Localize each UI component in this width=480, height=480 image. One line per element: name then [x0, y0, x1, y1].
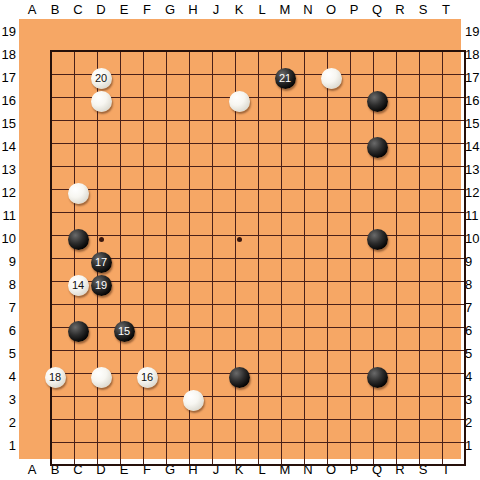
intersection-c1[interactable] — [67, 435, 90, 458]
intersection-e12[interactable] — [113, 182, 136, 205]
intersection-c14[interactable] — [67, 136, 90, 159]
intersection-t14[interactable] — [435, 136, 458, 159]
intersection-m17[interactable]: 21 — [274, 67, 297, 90]
intersection-j19[interactable] — [205, 21, 228, 44]
intersection-m5[interactable] — [274, 343, 297, 366]
intersection-e3[interactable] — [113, 389, 136, 412]
intersection-s12[interactable] — [412, 182, 435, 205]
intersection-o13[interactable] — [320, 159, 343, 182]
intersection-c17[interactable] — [67, 67, 90, 90]
intersection-h11[interactable] — [182, 205, 205, 228]
intersection-o11[interactable] — [320, 205, 343, 228]
intersection-j10[interactable] — [205, 228, 228, 251]
intersection-o18[interactable] — [320, 44, 343, 67]
intersection-r5[interactable] — [389, 343, 412, 366]
intersection-n9[interactable] — [297, 251, 320, 274]
intersection-j3[interactable] — [205, 389, 228, 412]
intersection-c3[interactable] — [67, 389, 90, 412]
intersection-q7[interactable] — [366, 297, 389, 320]
intersection-o1[interactable] — [320, 435, 343, 458]
intersection-a12[interactable] — [21, 182, 44, 205]
intersection-j17[interactable] — [205, 67, 228, 90]
intersection-a16[interactable] — [21, 90, 44, 113]
intersection-c10[interactable] — [67, 228, 90, 251]
intersection-l14[interactable] — [251, 136, 274, 159]
intersection-q5[interactable] — [366, 343, 389, 366]
intersection-t16[interactable] — [435, 90, 458, 113]
intersection-r4[interactable] — [389, 366, 412, 389]
intersection-b2[interactable] — [44, 412, 67, 435]
intersection-m18[interactable] — [274, 44, 297, 67]
intersection-c16[interactable] — [67, 90, 90, 113]
intersection-p11[interactable] — [343, 205, 366, 228]
intersection-j16[interactable] — [205, 90, 228, 113]
intersection-k8[interactable] — [228, 274, 251, 297]
intersection-p16[interactable] — [343, 90, 366, 113]
intersection-a11[interactable] — [21, 205, 44, 228]
intersection-r9[interactable] — [389, 251, 412, 274]
intersection-g3[interactable] — [159, 389, 182, 412]
intersection-m2[interactable] — [274, 412, 297, 435]
intersection-d11[interactable] — [90, 205, 113, 228]
intersection-o8[interactable] — [320, 274, 343, 297]
intersection-q3[interactable] — [366, 389, 389, 412]
intersection-f1[interactable] — [136, 435, 159, 458]
intersection-p12[interactable] — [343, 182, 366, 205]
intersection-h10[interactable] — [182, 228, 205, 251]
intersection-n2[interactable] — [297, 412, 320, 435]
intersection-b8[interactable] — [44, 274, 67, 297]
intersection-p13[interactable] — [343, 159, 366, 182]
intersection-m6[interactable] — [274, 320, 297, 343]
intersection-s18[interactable] — [412, 44, 435, 67]
intersection-m12[interactable] — [274, 182, 297, 205]
intersection-q17[interactable] — [366, 67, 389, 90]
intersection-m15[interactable] — [274, 113, 297, 136]
intersection-d13[interactable] — [90, 159, 113, 182]
intersection-k13[interactable] — [228, 159, 251, 182]
intersection-a1[interactable] — [21, 435, 44, 458]
intersection-k4[interactable] — [228, 366, 251, 389]
intersection-b1[interactable] — [44, 435, 67, 458]
intersection-q13[interactable] — [366, 159, 389, 182]
intersection-d8[interactable]: 19 — [90, 274, 113, 297]
intersection-c5[interactable] — [67, 343, 90, 366]
intersection-g14[interactable] — [159, 136, 182, 159]
intersection-j18[interactable] — [205, 44, 228, 67]
intersection-s4[interactable] — [412, 366, 435, 389]
intersection-s16[interactable] — [412, 90, 435, 113]
intersection-t19[interactable] — [435, 21, 458, 44]
intersection-n17[interactable] — [297, 67, 320, 90]
intersection-d3[interactable] — [90, 389, 113, 412]
intersection-r7[interactable] — [389, 297, 412, 320]
intersection-k12[interactable] — [228, 182, 251, 205]
intersection-c9[interactable] — [67, 251, 90, 274]
intersection-m16[interactable] — [274, 90, 297, 113]
intersection-a18[interactable] — [21, 44, 44, 67]
intersection-c13[interactable] — [67, 159, 90, 182]
intersection-n6[interactable] — [297, 320, 320, 343]
intersection-l9[interactable] — [251, 251, 274, 274]
intersection-g16[interactable] — [159, 90, 182, 113]
intersection-a14[interactable] — [21, 136, 44, 159]
intersection-p5[interactable] — [343, 343, 366, 366]
intersection-e4[interactable] — [113, 366, 136, 389]
intersection-e1[interactable] — [113, 435, 136, 458]
intersection-o3[interactable] — [320, 389, 343, 412]
intersection-l11[interactable] — [251, 205, 274, 228]
intersection-m8[interactable] — [274, 274, 297, 297]
intersection-p3[interactable] — [343, 389, 366, 412]
intersection-e6[interactable]: 15 — [113, 320, 136, 343]
intersection-s15[interactable] — [412, 113, 435, 136]
intersection-n18[interactable] — [297, 44, 320, 67]
intersection-d4[interactable] — [90, 366, 113, 389]
intersection-g4[interactable] — [159, 366, 182, 389]
intersection-p15[interactable] — [343, 113, 366, 136]
intersection-p19[interactable] — [343, 21, 366, 44]
intersection-a17[interactable] — [21, 67, 44, 90]
intersection-l6[interactable] — [251, 320, 274, 343]
intersection-e9[interactable] — [113, 251, 136, 274]
intersection-j2[interactable] — [205, 412, 228, 435]
intersection-d6[interactable] — [90, 320, 113, 343]
intersection-d12[interactable] — [90, 182, 113, 205]
intersection-p1[interactable] — [343, 435, 366, 458]
intersection-h17[interactable] — [182, 67, 205, 90]
intersection-g7[interactable] — [159, 297, 182, 320]
intersection-c7[interactable] — [67, 297, 90, 320]
intersection-n7[interactable] — [297, 297, 320, 320]
intersection-r15[interactable] — [389, 113, 412, 136]
intersection-o15[interactable] — [320, 113, 343, 136]
intersection-h19[interactable] — [182, 21, 205, 44]
intersection-o17[interactable] — [320, 67, 343, 90]
intersection-n12[interactable] — [297, 182, 320, 205]
intersection-o14[interactable] — [320, 136, 343, 159]
intersection-k14[interactable] — [228, 136, 251, 159]
intersection-d10[interactable] — [90, 228, 113, 251]
intersection-k5[interactable] — [228, 343, 251, 366]
intersection-m7[interactable] — [274, 297, 297, 320]
intersection-f19[interactable] — [136, 21, 159, 44]
intersection-s1[interactable] — [412, 435, 435, 458]
intersection-q6[interactable] — [366, 320, 389, 343]
intersection-n14[interactable] — [297, 136, 320, 159]
intersection-r17[interactable] — [389, 67, 412, 90]
intersection-q11[interactable] — [366, 205, 389, 228]
intersection-h1[interactable] — [182, 435, 205, 458]
intersection-l17[interactable] — [251, 67, 274, 90]
intersection-k2[interactable] — [228, 412, 251, 435]
intersection-s10[interactable] — [412, 228, 435, 251]
intersection-e14[interactable] — [113, 136, 136, 159]
intersection-f3[interactable] — [136, 389, 159, 412]
intersection-g11[interactable] — [159, 205, 182, 228]
intersection-b19[interactable] — [44, 21, 67, 44]
intersection-p6[interactable] — [343, 320, 366, 343]
intersection-b9[interactable] — [44, 251, 67, 274]
intersection-b18[interactable] — [44, 44, 67, 67]
intersection-n15[interactable] — [297, 113, 320, 136]
intersection-g6[interactable] — [159, 320, 182, 343]
intersection-f11[interactable] — [136, 205, 159, 228]
intersection-a4[interactable] — [21, 366, 44, 389]
intersection-c2[interactable] — [67, 412, 90, 435]
intersection-k1[interactable] — [228, 435, 251, 458]
intersection-b14[interactable] — [44, 136, 67, 159]
intersection-k19[interactable] — [228, 21, 251, 44]
intersection-m1[interactable] — [274, 435, 297, 458]
intersection-p4[interactable] — [343, 366, 366, 389]
intersection-o12[interactable] — [320, 182, 343, 205]
intersection-h18[interactable] — [182, 44, 205, 67]
intersection-r1[interactable] — [389, 435, 412, 458]
intersection-j12[interactable] — [205, 182, 228, 205]
intersection-a19[interactable] — [21, 21, 44, 44]
intersection-m9[interactable] — [274, 251, 297, 274]
intersection-e15[interactable] — [113, 113, 136, 136]
intersection-b12[interactable] — [44, 182, 67, 205]
intersection-k3[interactable] — [228, 389, 251, 412]
intersection-l19[interactable] — [251, 21, 274, 44]
intersection-l13[interactable] — [251, 159, 274, 182]
intersection-f2[interactable] — [136, 412, 159, 435]
intersection-j8[interactable] — [205, 274, 228, 297]
intersection-g13[interactable] — [159, 159, 182, 182]
intersection-b4[interactable]: 18 — [44, 366, 67, 389]
intersection-e16[interactable] — [113, 90, 136, 113]
intersection-t4[interactable] — [435, 366, 458, 389]
intersection-k10[interactable] — [228, 228, 251, 251]
intersection-j5[interactable] — [205, 343, 228, 366]
intersection-q15[interactable] — [366, 113, 389, 136]
intersection-d1[interactable] — [90, 435, 113, 458]
intersection-a13[interactable] — [21, 159, 44, 182]
intersection-n11[interactable] — [297, 205, 320, 228]
intersection-s7[interactable] — [412, 297, 435, 320]
intersection-t15[interactable] — [435, 113, 458, 136]
intersection-r6[interactable] — [389, 320, 412, 343]
intersection-p10[interactable] — [343, 228, 366, 251]
intersection-g17[interactable] — [159, 67, 182, 90]
intersection-h12[interactable] — [182, 182, 205, 205]
intersection-k15[interactable] — [228, 113, 251, 136]
intersection-f8[interactable] — [136, 274, 159, 297]
intersection-d16[interactable] — [90, 90, 113, 113]
intersection-f7[interactable] — [136, 297, 159, 320]
intersection-m4[interactable] — [274, 366, 297, 389]
intersection-s13[interactable] — [412, 159, 435, 182]
intersection-r10[interactable] — [389, 228, 412, 251]
intersection-h9[interactable] — [182, 251, 205, 274]
intersection-h4[interactable] — [182, 366, 205, 389]
intersection-n3[interactable] — [297, 389, 320, 412]
intersection-k18[interactable] — [228, 44, 251, 67]
intersection-p7[interactable] — [343, 297, 366, 320]
intersection-m13[interactable] — [274, 159, 297, 182]
intersection-a5[interactable] — [21, 343, 44, 366]
intersection-r14[interactable] — [389, 136, 412, 159]
intersection-l4[interactable] — [251, 366, 274, 389]
intersection-j1[interactable] — [205, 435, 228, 458]
intersection-h7[interactable] — [182, 297, 205, 320]
intersection-c15[interactable] — [67, 113, 90, 136]
intersection-e11[interactable] — [113, 205, 136, 228]
intersection-f12[interactable] — [136, 182, 159, 205]
intersection-b5[interactable] — [44, 343, 67, 366]
intersection-a6[interactable] — [21, 320, 44, 343]
intersection-e10[interactable] — [113, 228, 136, 251]
intersection-e18[interactable] — [113, 44, 136, 67]
intersection-b11[interactable] — [44, 205, 67, 228]
intersection-d9[interactable]: 17 — [90, 251, 113, 274]
intersection-s9[interactable] — [412, 251, 435, 274]
intersection-l15[interactable] — [251, 113, 274, 136]
intersection-p8[interactable] — [343, 274, 366, 297]
intersection-k11[interactable] — [228, 205, 251, 228]
intersection-s8[interactable] — [412, 274, 435, 297]
intersection-b13[interactable] — [44, 159, 67, 182]
intersection-f18[interactable] — [136, 44, 159, 67]
intersection-o7[interactable] — [320, 297, 343, 320]
intersection-t11[interactable] — [435, 205, 458, 228]
intersection-h8[interactable] — [182, 274, 205, 297]
intersection-r12[interactable] — [389, 182, 412, 205]
intersection-p18[interactable] — [343, 44, 366, 67]
intersection-r18[interactable] — [389, 44, 412, 67]
intersection-d2[interactable] — [90, 412, 113, 435]
intersection-l12[interactable] — [251, 182, 274, 205]
intersection-l10[interactable] — [251, 228, 274, 251]
intersection-f9[interactable] — [136, 251, 159, 274]
intersection-m3[interactable] — [274, 389, 297, 412]
intersection-d7[interactable] — [90, 297, 113, 320]
intersection-q14[interactable] — [366, 136, 389, 159]
intersection-d5[interactable] — [90, 343, 113, 366]
intersection-t17[interactable] — [435, 67, 458, 90]
intersection-h3[interactable] — [182, 389, 205, 412]
intersection-l1[interactable] — [251, 435, 274, 458]
intersection-t2[interactable] — [435, 412, 458, 435]
intersection-f17[interactable] — [136, 67, 159, 90]
intersection-s5[interactable] — [412, 343, 435, 366]
intersection-p17[interactable] — [343, 67, 366, 90]
intersection-h5[interactable] — [182, 343, 205, 366]
intersection-a15[interactable] — [21, 113, 44, 136]
intersection-o9[interactable] — [320, 251, 343, 274]
intersection-n19[interactable] — [297, 21, 320, 44]
intersection-f14[interactable] — [136, 136, 159, 159]
intersection-s14[interactable] — [412, 136, 435, 159]
intersection-r13[interactable] — [389, 159, 412, 182]
intersection-e8[interactable] — [113, 274, 136, 297]
intersection-l3[interactable] — [251, 389, 274, 412]
intersection-l2[interactable] — [251, 412, 274, 435]
intersection-q4[interactable] — [366, 366, 389, 389]
intersection-f5[interactable] — [136, 343, 159, 366]
intersection-a8[interactable] — [21, 274, 44, 297]
intersection-a9[interactable] — [21, 251, 44, 274]
intersection-h2[interactable] — [182, 412, 205, 435]
intersection-l16[interactable] — [251, 90, 274, 113]
intersection-k7[interactable] — [228, 297, 251, 320]
intersection-b15[interactable] — [44, 113, 67, 136]
intersection-q12[interactable] — [366, 182, 389, 205]
intersection-e5[interactable] — [113, 343, 136, 366]
intersection-d18[interactable] — [90, 44, 113, 67]
intersection-e2[interactable] — [113, 412, 136, 435]
intersection-t18[interactable] — [435, 44, 458, 67]
intersection-p9[interactable] — [343, 251, 366, 274]
intersection-o10[interactable] — [320, 228, 343, 251]
intersection-g5[interactable] — [159, 343, 182, 366]
intersection-c12[interactable] — [67, 182, 90, 205]
intersection-h16[interactable] — [182, 90, 205, 113]
intersection-s17[interactable] — [412, 67, 435, 90]
intersection-f6[interactable] — [136, 320, 159, 343]
intersection-n16[interactable] — [297, 90, 320, 113]
intersection-g19[interactable] — [159, 21, 182, 44]
intersection-n4[interactable] — [297, 366, 320, 389]
intersection-t9[interactable] — [435, 251, 458, 274]
intersection-m10[interactable] — [274, 228, 297, 251]
intersection-m19[interactable] — [274, 21, 297, 44]
intersection-c11[interactable] — [67, 205, 90, 228]
intersection-q9[interactable] — [366, 251, 389, 274]
intersection-b17[interactable] — [44, 67, 67, 90]
intersection-e7[interactable] — [113, 297, 136, 320]
intersection-o16[interactable] — [320, 90, 343, 113]
intersection-b6[interactable] — [44, 320, 67, 343]
intersection-n5[interactable] — [297, 343, 320, 366]
intersection-j11[interactable] — [205, 205, 228, 228]
intersection-t7[interactable] — [435, 297, 458, 320]
intersection-c19[interactable] — [67, 21, 90, 44]
intersection-t5[interactable] — [435, 343, 458, 366]
intersection-c6[interactable] — [67, 320, 90, 343]
intersection-a2[interactable] — [21, 412, 44, 435]
intersection-j6[interactable] — [205, 320, 228, 343]
intersection-l8[interactable] — [251, 274, 274, 297]
intersection-j7[interactable] — [205, 297, 228, 320]
intersection-l18[interactable] — [251, 44, 274, 67]
intersection-q18[interactable] — [366, 44, 389, 67]
intersection-h6[interactable] — [182, 320, 205, 343]
intersection-e19[interactable] — [113, 21, 136, 44]
intersection-n10[interactable] — [297, 228, 320, 251]
intersection-q19[interactable] — [366, 21, 389, 44]
intersection-g9[interactable] — [159, 251, 182, 274]
intersection-m14[interactable] — [274, 136, 297, 159]
intersection-t6[interactable] — [435, 320, 458, 343]
intersection-n13[interactable] — [297, 159, 320, 182]
intersection-j9[interactable] — [205, 251, 228, 274]
intersection-d14[interactable] — [90, 136, 113, 159]
intersection-q2[interactable] — [366, 412, 389, 435]
intersection-q16[interactable] — [366, 90, 389, 113]
intersection-d17[interactable]: 20 — [90, 67, 113, 90]
intersection-a10[interactable] — [21, 228, 44, 251]
intersection-n8[interactable] — [297, 274, 320, 297]
intersection-l5[interactable] — [251, 343, 274, 366]
intersection-f15[interactable] — [136, 113, 159, 136]
intersection-b7[interactable] — [44, 297, 67, 320]
intersection-g18[interactable] — [159, 44, 182, 67]
intersection-g8[interactable] — [159, 274, 182, 297]
intersection-h14[interactable] — [182, 136, 205, 159]
